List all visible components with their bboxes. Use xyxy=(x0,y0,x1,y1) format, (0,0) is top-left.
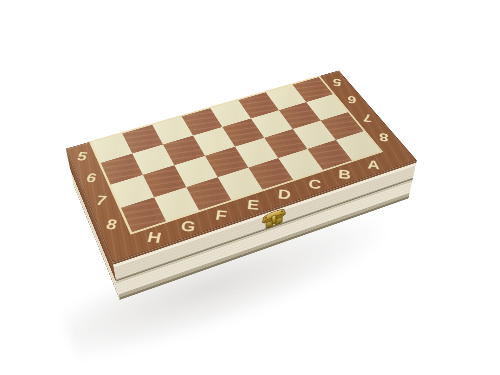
file-label-g: G xyxy=(174,218,203,234)
file-label-e: E xyxy=(239,197,266,212)
file-label-a: A xyxy=(361,158,386,172)
square-f7 xyxy=(174,156,217,187)
file-label-b: B xyxy=(332,167,357,181)
rank-label-left-5: 5 xyxy=(68,150,96,164)
rank-label-left-6: 6 xyxy=(77,171,106,185)
rank-label-right-6: 6 xyxy=(341,94,364,106)
square-e8 xyxy=(218,168,263,200)
rank-label-right-7: 7 xyxy=(356,112,379,124)
file-label-f: F xyxy=(207,208,235,224)
file-label-h: H xyxy=(139,229,169,246)
square-d8 xyxy=(248,158,293,190)
square-h8 xyxy=(121,197,166,232)
file-label-c: C xyxy=(302,177,328,192)
rank-label-left-8: 8 xyxy=(97,217,127,233)
square-f8 xyxy=(186,177,231,210)
product-photo: 55667788HGFEDCBA xyxy=(0,0,500,375)
square-g7 xyxy=(143,165,186,197)
file-label-d: D xyxy=(271,187,298,202)
square-h7 xyxy=(111,175,154,208)
square-h6 xyxy=(101,154,143,185)
square-g8 xyxy=(154,187,199,221)
rank-label-right-5: 5 xyxy=(326,77,348,88)
rank-label-left-7: 7 xyxy=(87,193,116,208)
rank-label-right-8: 8 xyxy=(372,131,396,144)
